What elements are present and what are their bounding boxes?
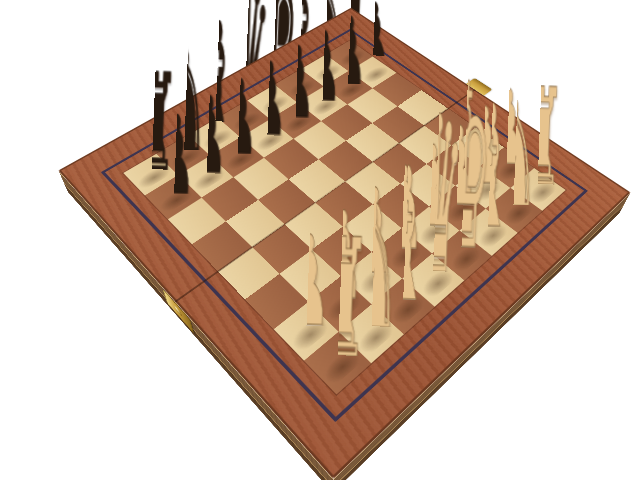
chess-box-board: ♜♞♝♛♚♝♞♜♟♟♟♟♟♟♟♟♟♟♟♟♟♟♟♟♜♞♝♛♚♝♞♜ xyxy=(58,8,630,479)
piece-black-pawn: ♟ xyxy=(373,0,376,72)
piece-black-pawn: ♟ xyxy=(322,8,326,103)
piece-black-pawn: ♟ xyxy=(348,0,352,87)
piece-glyph: ♟ xyxy=(153,101,198,210)
piece-black-pawn: ♟ xyxy=(267,38,271,138)
piece-white-rook: ♜ xyxy=(338,198,344,362)
piece-black-pawn: ♟ xyxy=(237,54,241,156)
piece-black-pawn: ♟ xyxy=(206,71,210,176)
piece-black-pawn: ♟ xyxy=(295,23,299,120)
playing-grid: ♜♞♝♛♚♝♞♜♟♟♟♟♟♟♟♟♟♟♟♟♟♟♟♟♜♞♝♛♚♝♞♜ xyxy=(123,41,565,395)
piece-glyph: ♜ xyxy=(306,216,374,382)
product-photo-background: { "game": "chess", "scene_description": … xyxy=(0,0,640,480)
piece-white-knight: ♞ xyxy=(371,162,378,333)
piece-white-queen: ♛ xyxy=(433,62,441,279)
piece-white-bishop: ♝ xyxy=(403,122,410,305)
piece-black-pawn: ♟ xyxy=(173,89,177,197)
